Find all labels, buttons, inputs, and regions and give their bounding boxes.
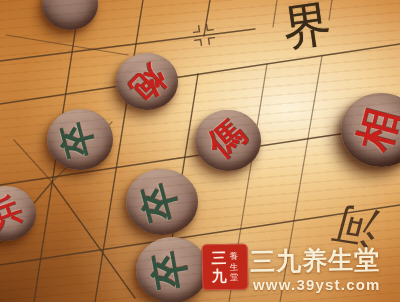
- rank-line: [0, 29, 255, 61]
- piece-green-soldier-2[interactable]: 卒: [126, 169, 198, 235]
- piece-red-horse[interactable]: 傌: [195, 110, 261, 171]
- piece-character: 卒: [131, 229, 208, 302]
- diagonal-line: [52, 182, 135, 298]
- piece-green-soldier-3[interactable]: 卒: [136, 237, 208, 302]
- river-character: 界: [280, 0, 334, 53]
- board-photo-scene: 界 河 炮卒兵卒卒傌相 三九 養生堂 三九养生堂 www.39yst.com: [0, 0, 400, 302]
- piece-red-cannon[interactable]: 炮: [116, 53, 178, 110]
- piece-green-soldier-1[interactable]: 卒: [47, 109, 113, 170]
- piece-red-elephant[interactable]: 相: [341, 93, 400, 167]
